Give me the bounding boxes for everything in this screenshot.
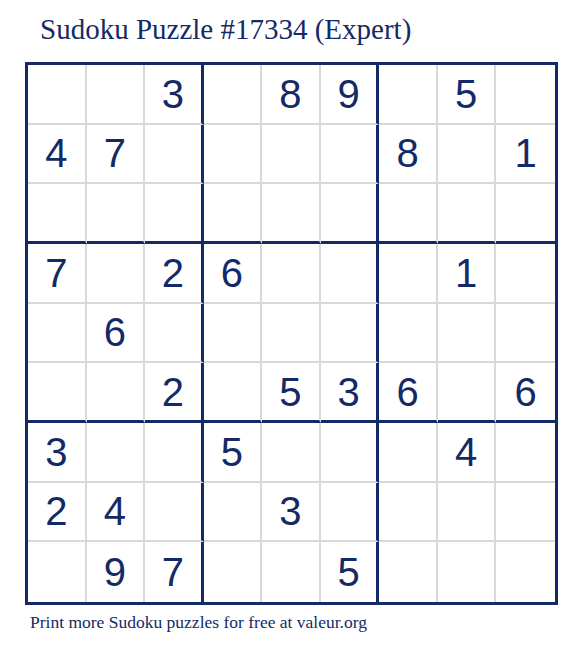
cell-r9c1 bbox=[28, 542, 87, 602]
cell-r5c2: 6 bbox=[87, 304, 146, 364]
cell-r5c3 bbox=[145, 304, 204, 364]
cell-r4c8: 1 bbox=[438, 244, 497, 304]
cell-r1c1 bbox=[28, 65, 87, 125]
footer-credit: Print more Sudoku puzzles for free at va… bbox=[30, 612, 367, 633]
cell-r2c5 bbox=[262, 125, 321, 185]
cell-r2c2: 7 bbox=[87, 125, 146, 185]
cell-r1c8: 5 bbox=[438, 65, 497, 125]
cell-r8c8 bbox=[438, 483, 497, 543]
sudoku-page: Sudoku Puzzle #17334 (Expert) 3895478172… bbox=[0, 0, 580, 651]
cell-r9c2: 9 bbox=[87, 542, 146, 602]
cell-r6c1 bbox=[28, 363, 87, 423]
cell-r2c4 bbox=[204, 125, 263, 185]
cell-r5c8 bbox=[438, 304, 497, 364]
cell-r8c6 bbox=[321, 483, 380, 543]
cell-r2c3 bbox=[145, 125, 204, 185]
cell-r3c6 bbox=[321, 184, 380, 244]
cell-r7c4: 5 bbox=[204, 423, 263, 483]
cell-r2c6 bbox=[321, 125, 380, 185]
cell-r7c6 bbox=[321, 423, 380, 483]
cell-r6c2 bbox=[87, 363, 146, 423]
cell-r1c3: 3 bbox=[145, 65, 204, 125]
cell-r8c2: 4 bbox=[87, 483, 146, 543]
cell-r4c7 bbox=[379, 244, 438, 304]
cell-r4c5 bbox=[262, 244, 321, 304]
cell-r8c5: 3 bbox=[262, 483, 321, 543]
cell-r9c6: 5 bbox=[321, 542, 380, 602]
cell-r5c6 bbox=[321, 304, 380, 364]
cell-r8c1: 2 bbox=[28, 483, 87, 543]
cell-r1c4 bbox=[204, 65, 263, 125]
cell-r6c4 bbox=[204, 363, 263, 423]
cell-r4c6 bbox=[321, 244, 380, 304]
cell-r8c4 bbox=[204, 483, 263, 543]
puzzle-title: Sudoku Puzzle #17334 (Expert) bbox=[40, 13, 411, 46]
cell-r6c7: 6 bbox=[379, 363, 438, 423]
cell-r8c7 bbox=[379, 483, 438, 543]
cell-r3c4 bbox=[204, 184, 263, 244]
cell-r9c9 bbox=[496, 542, 555, 602]
cell-r2c9: 1 bbox=[496, 125, 555, 185]
cell-r8c9 bbox=[496, 483, 555, 543]
cell-r2c7: 8 bbox=[379, 125, 438, 185]
cell-r9c4 bbox=[204, 542, 263, 602]
cell-r7c2 bbox=[87, 423, 146, 483]
cell-r1c2 bbox=[87, 65, 146, 125]
cell-r2c1: 4 bbox=[28, 125, 87, 185]
cell-r5c9 bbox=[496, 304, 555, 364]
cell-r3c1 bbox=[28, 184, 87, 244]
cell-r6c5: 5 bbox=[262, 363, 321, 423]
cell-r6c3: 2 bbox=[145, 363, 204, 423]
cell-r2c8 bbox=[438, 125, 497, 185]
cell-r5c4 bbox=[204, 304, 263, 364]
cell-r7c9 bbox=[496, 423, 555, 483]
cell-r7c8: 4 bbox=[438, 423, 497, 483]
cell-r3c8 bbox=[438, 184, 497, 244]
cell-r4c9 bbox=[496, 244, 555, 304]
cell-r9c7 bbox=[379, 542, 438, 602]
cell-r3c7 bbox=[379, 184, 438, 244]
cell-r4c3: 2 bbox=[145, 244, 204, 304]
cell-r7c7 bbox=[379, 423, 438, 483]
cell-r1c7 bbox=[379, 65, 438, 125]
cell-r8c3 bbox=[145, 483, 204, 543]
cell-r1c5: 8 bbox=[262, 65, 321, 125]
cell-r6c6: 3 bbox=[321, 363, 380, 423]
cell-r6c8 bbox=[438, 363, 497, 423]
cell-r7c1: 3 bbox=[28, 423, 87, 483]
cell-r9c5 bbox=[262, 542, 321, 602]
cell-r4c1: 7 bbox=[28, 244, 87, 304]
cell-r7c3 bbox=[145, 423, 204, 483]
cell-r4c4: 6 bbox=[204, 244, 263, 304]
cell-r5c1 bbox=[28, 304, 87, 364]
cell-r5c5 bbox=[262, 304, 321, 364]
cell-r9c3: 7 bbox=[145, 542, 204, 602]
cell-r3c9 bbox=[496, 184, 555, 244]
cell-r3c2 bbox=[87, 184, 146, 244]
sudoku-board: 389547817261625366354243975 bbox=[25, 62, 558, 605]
cell-r3c5 bbox=[262, 184, 321, 244]
cell-r5c7 bbox=[379, 304, 438, 364]
cell-r1c9 bbox=[496, 65, 555, 125]
cell-r7c5 bbox=[262, 423, 321, 483]
cell-r6c9: 6 bbox=[496, 363, 555, 423]
cell-r4c2 bbox=[87, 244, 146, 304]
cell-r3c3 bbox=[145, 184, 204, 244]
cell-r9c8 bbox=[438, 542, 497, 602]
cell-r1c6: 9 bbox=[321, 65, 380, 125]
